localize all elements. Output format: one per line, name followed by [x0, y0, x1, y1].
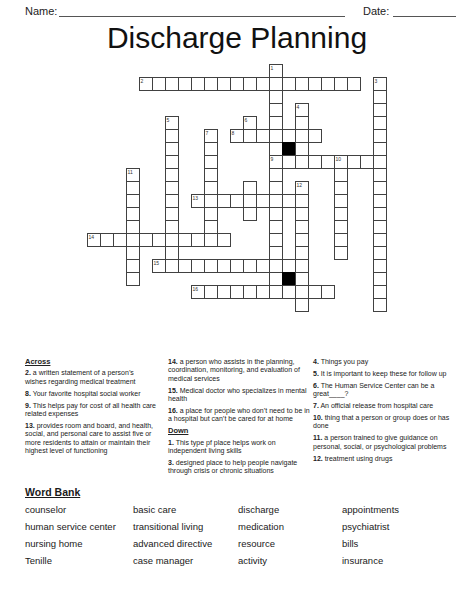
crossword-cell[interactable]	[373, 259, 387, 273]
crossword-cell[interactable]	[269, 64, 283, 78]
crossword-cell[interactable]	[373, 194, 387, 208]
crossword-cell[interactable]	[334, 168, 348, 182]
crossword-cell[interactable]	[191, 194, 205, 208]
word-bank-item: nursing home	[25, 535, 133, 552]
clue-across-15: 15. Medical doctor who specializes in me…	[168, 387, 310, 404]
crossword-cell[interactable]	[126, 272, 140, 286]
crossword-cell[interactable]	[334, 246, 348, 260]
crossword-cell[interactable]	[308, 129, 322, 143]
word-bank-column: counselorhuman service centernursing hom…	[25, 501, 133, 569]
crossword-cell[interactable]	[321, 285, 335, 299]
crossword-cell[interactable]	[295, 246, 309, 260]
crossword-cell[interactable]	[165, 194, 179, 208]
word-bank-item: Tenille	[25, 552, 133, 569]
crossword-cell[interactable]	[295, 142, 309, 156]
word-bank-item: bills	[342, 535, 442, 552]
crossword-cell[interactable]	[373, 233, 387, 247]
crossword-cell[interactable]	[191, 233, 205, 247]
crossword-cell[interactable]	[230, 194, 244, 208]
crossword-cell[interactable]	[204, 129, 218, 143]
clue-across-8: 8. Your favorite hospital social worker	[25, 390, 157, 398]
middle-clues-column: 14. a person who assists in the planning…	[168, 358, 310, 479]
crossword-cell[interactable]	[178, 259, 192, 273]
crossword-cell[interactable]	[243, 259, 257, 273]
crossword-grid: 12345678910111213141516	[87, 64, 387, 312]
crossword-cell[interactable]	[230, 285, 244, 299]
crossword-cell[interactable]	[269, 168, 283, 182]
crossword-cell[interactable]	[269, 194, 283, 208]
date-input-line[interactable]	[393, 15, 456, 17]
name-label: Name:	[25, 5, 57, 17]
crossword-cell[interactable]	[126, 259, 140, 273]
word-bank-item: discharge	[238, 501, 342, 518]
crossword-cell[interactable]	[334, 207, 348, 221]
crossword-cell[interactable]	[165, 142, 179, 156]
crossword-cell[interactable]	[308, 285, 322, 299]
clue-across-16: 16. a place for people who don’t need to…	[168, 407, 310, 424]
crossword-cell[interactable]	[295, 220, 309, 234]
page-title: Discharge Planning	[0, 21, 474, 55]
crossword-cell[interactable]	[334, 233, 348, 247]
word-bank-item: case manager	[133, 552, 238, 569]
crossword-cell[interactable]	[165, 246, 179, 260]
crossword-cell[interactable]	[308, 155, 322, 169]
crossword-cell[interactable]	[243, 181, 257, 195]
crossword-cell[interactable]	[347, 77, 361, 91]
crossword-cell[interactable]	[282, 259, 296, 273]
clue-number-label: 16.	[168, 407, 178, 414]
crossword-cell[interactable]	[204, 168, 218, 182]
crossword-cell[interactable]	[165, 116, 179, 130]
crossword-cell[interactable]	[204, 233, 218, 247]
crossword-cell[interactable]	[230, 259, 244, 273]
crossword-cell[interactable]	[256, 285, 270, 299]
crossword-cell[interactable]	[217, 77, 231, 91]
crossword-cell[interactable]	[152, 259, 166, 273]
crossword-cell[interactable]	[269, 259, 283, 273]
crossword-cell[interactable]	[373, 246, 387, 260]
crossword-cell[interactable]	[282, 77, 296, 91]
crossword-cell[interactable]	[334, 220, 348, 234]
crossword-cell[interactable]	[230, 129, 244, 143]
crossword-cell[interactable]	[295, 181, 309, 195]
across-heading: Across	[25, 358, 157, 366]
crossword-cell[interactable]	[269, 103, 283, 117]
clue-down-5: 5. It is important to keep these for fol…	[313, 370, 455, 378]
crossword-cell[interactable]	[204, 259, 218, 273]
crossword-cell[interactable]	[334, 194, 348, 208]
crossword-cell[interactable]	[204, 77, 218, 91]
crossword-cell[interactable]	[191, 77, 205, 91]
crossword-cell[interactable]	[165, 259, 179, 273]
crossword-cell[interactable]	[217, 233, 231, 247]
crossword-cell[interactable]	[126, 194, 140, 208]
crossword-cell[interactable]	[178, 233, 192, 247]
crossword-cell[interactable]	[165, 233, 179, 247]
clue-down-3: 3. designed place to help people navigat…	[168, 459, 310, 476]
crossword-cell[interactable]	[243, 194, 257, 208]
crossword-cell[interactable]	[243, 77, 257, 91]
crossword-cell[interactable]	[204, 285, 218, 299]
crossword-cell[interactable]	[269, 116, 283, 130]
crossword-cell[interactable]	[373, 116, 387, 130]
crossword-cell[interactable]	[165, 207, 179, 221]
crossword-cell[interactable]	[269, 220, 283, 234]
crossword-cell[interactable]	[113, 233, 127, 247]
crossword-cell[interactable]	[373, 155, 387, 169]
crossword-cell[interactable]	[373, 220, 387, 234]
clue-number-label: 9.	[25, 402, 31, 409]
across-clues-column: Across2. a written statement of a person…	[25, 358, 157, 459]
name-input-line[interactable]	[59, 15, 345, 17]
clue-down-12: 12. treatment using drugs	[313, 455, 455, 463]
crossword-cell[interactable]	[282, 285, 296, 299]
word-bank-item: insurance	[342, 552, 442, 569]
crossword-cell[interactable]	[217, 194, 231, 208]
crossword-cell[interactable]	[282, 194, 296, 208]
crossword-cell[interactable]	[269, 233, 283, 247]
crossword-cell[interactable]	[295, 77, 309, 91]
crossword-cell[interactable]	[334, 181, 348, 195]
crossword-cell[interactable]	[373, 272, 387, 286]
crossword-cell[interactable]	[126, 220, 140, 234]
word-bank-item: counselor	[25, 501, 133, 518]
crossword-cell[interactable]	[165, 77, 179, 91]
word-bank-item: advanced directive	[133, 535, 238, 552]
clue-down-10: 10. thing that a person or group does or…	[313, 414, 455, 431]
crossword-cell[interactable]	[191, 285, 205, 299]
crossword-cell[interactable]	[295, 272, 309, 286]
crossword-cell[interactable]	[152, 233, 166, 247]
crossword-cell[interactable]	[373, 129, 387, 143]
crossword-cell[interactable]	[269, 285, 283, 299]
crossword-cell[interactable]	[373, 142, 387, 156]
crossword-cell[interactable]	[269, 90, 283, 104]
crossword-cell[interactable]	[217, 259, 231, 273]
crossword-cell[interactable]	[282, 155, 296, 169]
crossword-cell[interactable]	[373, 103, 387, 117]
word-bank-item: human service center	[25, 518, 133, 535]
clue-number-label: 12.	[313, 455, 323, 462]
crossword-cell[interactable]	[308, 77, 322, 91]
word-bank-item: resource	[238, 535, 342, 552]
crossword-cell[interactable]	[204, 207, 218, 221]
clue-across-14: 14. a person who assists in the planning…	[168, 358, 310, 383]
crossword-cell[interactable]	[152, 77, 166, 91]
crossword-cell[interactable]	[204, 142, 218, 156]
crossword-cell[interactable]	[243, 207, 257, 221]
crossword-cell[interactable]	[165, 129, 179, 143]
crossword-cell[interactable]	[295, 298, 309, 312]
crossword-cell[interactable]	[334, 155, 348, 169]
crossword-cell[interactable]	[230, 77, 244, 91]
crossword-cell[interactable]	[269, 155, 283, 169]
crossword-cell[interactable]	[126, 168, 140, 182]
clue-across-2: 2. a written statement of a person’s wis…	[25, 369, 157, 386]
crossword-cell[interactable]	[295, 285, 309, 299]
clue-number-label: 11.	[313, 434, 322, 441]
clue-down-11: 11. a person trained to give guidance on…	[313, 434, 455, 451]
crossword-cell[interactable]	[334, 77, 348, 91]
clue-number-label: 10.	[313, 414, 323, 421]
crossword-cell[interactable]	[204, 181, 218, 195]
clue-down-7: 7. An official release from hospital car…	[313, 402, 455, 410]
clue-across-13: 13. provides room and board, and health,…	[25, 422, 157, 456]
crossword-cell[interactable]	[295, 116, 309, 130]
crossword-cell[interactable]	[321, 77, 335, 91]
word-bank-item: basic care	[133, 501, 238, 518]
crossword-cell[interactable]	[243, 129, 257, 143]
crossword-cell[interactable]	[295, 103, 309, 117]
crossword-cell[interactable]	[295, 259, 309, 273]
clue-number-label: 5.	[313, 370, 319, 377]
crossword-cell[interactable]	[347, 155, 361, 169]
crossword-cell[interactable]	[295, 207, 309, 221]
crossword-cell[interactable]	[217, 285, 231, 299]
crossword-cell[interactable]	[269, 207, 283, 221]
crossword-cell[interactable]	[269, 246, 283, 260]
crossword-cell[interactable]	[87, 233, 101, 247]
clue-number-label: 4.	[313, 358, 319, 365]
crossword-cell[interactable]	[373, 181, 387, 195]
clue-down-4: 4. Things you pay	[313, 358, 455, 366]
crossword-cell[interactable]	[295, 129, 309, 143]
crossword-cell[interactable]	[165, 181, 179, 195]
crossword-cell[interactable]	[295, 194, 309, 208]
crossword-cell[interactable]	[204, 194, 218, 208]
clue-number-label: 14.	[168, 358, 178, 365]
crossword-cell[interactable]	[100, 233, 114, 247]
crossword-cell[interactable]	[269, 142, 283, 156]
crossword-cell[interactable]	[178, 77, 192, 91]
crossword-cell[interactable]	[282, 129, 296, 143]
crossword-cell[interactable]	[256, 259, 270, 273]
crossword-cell[interactable]	[256, 129, 270, 143]
crossword-cell[interactable]	[204, 220, 218, 234]
word-bank: Word Bank counselorhuman service centern…	[25, 486, 455, 569]
crossword-cell[interactable]	[295, 155, 309, 169]
clue-across-9: 9. This helps pay for cost of all health…	[25, 402, 157, 419]
down-heading: Down	[168, 427, 310, 435]
crossword-cell[interactable]	[269, 77, 283, 91]
crossword-cell[interactable]	[321, 155, 335, 169]
crossword-cell[interactable]	[373, 168, 387, 182]
word-bank-item: appointments	[342, 501, 442, 518]
crossword-cell[interactable]	[295, 233, 309, 247]
crossword-cell[interactable]	[373, 207, 387, 221]
word-bank-column: basic caretransitional livingadvanced di…	[133, 501, 238, 569]
crossword-cell[interactable]	[204, 155, 218, 169]
crossword-cell[interactable]	[256, 194, 270, 208]
date-label: Date:	[363, 5, 389, 17]
crossword-cell[interactable]	[139, 233, 153, 247]
crossword-cell[interactable]	[165, 155, 179, 169]
crossword-cell[interactable]	[139, 77, 153, 91]
clue-number-label: 2.	[25, 369, 31, 376]
crossword-black-cell	[282, 272, 296, 286]
crossword-cell[interactable]	[165, 168, 179, 182]
down-clues-column: 4. Things you pay5. It is important to k…	[313, 358, 455, 467]
clue-down-6: 6. The Human Service Center can be a gre…	[313, 382, 455, 399]
clue-number-label: 1.	[168, 439, 174, 446]
clue-down-1: 1. This type pf place helps work on inde…	[168, 439, 310, 456]
word-bank-heading: Word Bank	[25, 486, 455, 498]
crossword-black-cell	[282, 142, 296, 156]
crossword-cell[interactable]	[126, 246, 140, 260]
word-bank-column: dischargemedicationresourceactivity	[238, 501, 342, 569]
crossword-cell[interactable]	[269, 129, 283, 143]
word-bank-item: psychiatrist	[342, 518, 442, 535]
crossword-cell[interactable]	[373, 90, 387, 104]
crossword-cell[interactable]	[126, 233, 140, 247]
crossword-cell[interactable]	[360, 155, 374, 169]
clue-number-label: 3.	[168, 459, 174, 466]
crossword-cell[interactable]	[126, 181, 140, 195]
crossword-cell[interactable]	[373, 285, 387, 299]
crossword-cell[interactable]	[126, 207, 140, 221]
crossword-cell[interactable]	[373, 298, 387, 312]
crossword-cell[interactable]	[165, 220, 179, 234]
clue-number-label: 8.	[25, 390, 31, 397]
crossword-cell[interactable]	[256, 77, 270, 91]
crossword-cell[interactable]	[243, 285, 257, 299]
crossword-cell[interactable]	[243, 116, 257, 130]
crossword-cell[interactable]	[269, 181, 283, 195]
word-bank-item: transitional living	[133, 518, 238, 535]
clue-number-label: 7.	[313, 402, 319, 409]
word-bank-item: activity	[238, 552, 342, 569]
crossword-cell[interactable]	[191, 259, 205, 273]
word-bank-columns: counselorhuman service centernursing hom…	[25, 501, 455, 569]
crossword-cell[interactable]	[373, 77, 387, 91]
crossword-cell[interactable]	[269, 272, 283, 286]
clue-number-label: 15.	[168, 387, 178, 394]
word-bank-column: appointmentspsychiatristbillsinsurance	[342, 501, 442, 569]
word-bank-item: medication	[238, 518, 342, 535]
clue-number-label: 6.	[313, 382, 319, 389]
clue-number-label: 13.	[25, 422, 35, 429]
